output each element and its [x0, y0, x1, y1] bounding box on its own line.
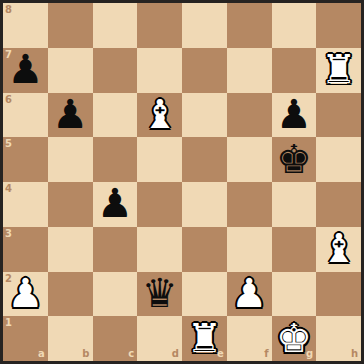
square-g2[interactable] — [272, 272, 317, 317]
square-d7[interactable] — [137, 48, 182, 93]
square-f4[interactable] — [227, 182, 272, 227]
square-b3[interactable] — [48, 227, 93, 272]
square-g5[interactable]: ♚ — [272, 137, 317, 182]
square-d1[interactable]: d — [137, 316, 182, 361]
square-g3[interactable] — [272, 227, 317, 272]
rank-label-1: 1 — [5, 318, 12, 328]
file-label-a: a — [38, 349, 45, 359]
square-h8[interactable] — [316, 3, 361, 48]
piece-white-rook[interactable]: ♜ — [186, 318, 222, 358]
board-frame: 87♟♜6♟♝♟5♚4♟3♝2♟♛♟1abcde♜fg♚h — [0, 0, 364, 364]
square-f2[interactable]: ♟ — [227, 272, 272, 317]
square-c6[interactable] — [93, 93, 138, 138]
square-b8[interactable] — [48, 3, 93, 48]
square-c5[interactable] — [93, 137, 138, 182]
rank-label-8: 8 — [5, 5, 12, 15]
file-label-b: b — [82, 349, 89, 359]
square-a5[interactable]: 5 — [3, 137, 48, 182]
rank-label-6: 6 — [5, 95, 12, 105]
piece-black-queen[interactable]: ♛ — [142, 273, 178, 313]
square-h6[interactable] — [316, 93, 361, 138]
square-b6[interactable]: ♟ — [48, 93, 93, 138]
piece-white-bishop[interactable]: ♝ — [321, 228, 357, 268]
square-f8[interactable] — [227, 3, 272, 48]
square-d3[interactable] — [137, 227, 182, 272]
square-b2[interactable] — [48, 272, 93, 317]
piece-white-bishop[interactable]: ♝ — [142, 94, 178, 134]
square-a6[interactable]: 6 — [3, 93, 48, 138]
piece-black-pawn[interactable]: ♟ — [52, 94, 88, 134]
square-e6[interactable] — [182, 93, 227, 138]
piece-black-pawn[interactable]: ♟ — [97, 183, 133, 223]
square-e3[interactable] — [182, 227, 227, 272]
square-c8[interactable] — [93, 3, 138, 48]
square-h7[interactable]: ♜ — [316, 48, 361, 93]
square-g6[interactable]: ♟ — [272, 93, 317, 138]
square-b1[interactable]: b — [48, 316, 93, 361]
square-c7[interactable] — [93, 48, 138, 93]
square-a3[interactable]: 3 — [3, 227, 48, 272]
square-c3[interactable] — [93, 227, 138, 272]
piece-white-rook[interactable]: ♜ — [321, 49, 357, 89]
square-e8[interactable] — [182, 3, 227, 48]
square-g8[interactable] — [272, 3, 317, 48]
square-f7[interactable] — [227, 48, 272, 93]
square-e2[interactable] — [182, 272, 227, 317]
rank-label-5: 5 — [5, 139, 12, 149]
piece-black-pawn[interactable]: ♟ — [276, 94, 312, 134]
square-e4[interactable] — [182, 182, 227, 227]
file-label-h: h — [351, 349, 358, 359]
file-label-d: d — [172, 349, 179, 359]
square-h4[interactable] — [316, 182, 361, 227]
rank-label-4: 4 — [5, 184, 12, 194]
square-g7[interactable] — [272, 48, 317, 93]
square-e7[interactable] — [182, 48, 227, 93]
square-h5[interactable] — [316, 137, 361, 182]
square-a8[interactable]: 8 — [3, 3, 48, 48]
piece-white-pawn[interactable]: ♟ — [7, 273, 43, 313]
square-b7[interactable] — [48, 48, 93, 93]
square-g4[interactable] — [272, 182, 317, 227]
square-f5[interactable] — [227, 137, 272, 182]
square-b5[interactable] — [48, 137, 93, 182]
file-label-f: f — [264, 349, 268, 359]
piece-black-pawn[interactable]: ♟ — [7, 49, 43, 89]
piece-black-king[interactable]: ♚ — [276, 139, 312, 179]
square-d5[interactable] — [137, 137, 182, 182]
piece-white-king[interactable]: ♚ — [276, 318, 312, 358]
square-a7[interactable]: 7♟ — [3, 48, 48, 93]
square-a1[interactable]: 1a — [3, 316, 48, 361]
square-h2[interactable] — [316, 272, 361, 317]
square-d2[interactable]: ♛ — [137, 272, 182, 317]
square-e1[interactable]: e♜ — [182, 316, 227, 361]
square-h3[interactable]: ♝ — [316, 227, 361, 272]
square-d4[interactable] — [137, 182, 182, 227]
square-f3[interactable] — [227, 227, 272, 272]
rank-label-3: 3 — [5, 229, 12, 239]
square-h1[interactable]: h — [316, 316, 361, 361]
square-f1[interactable]: f — [227, 316, 272, 361]
square-b4[interactable] — [48, 182, 93, 227]
chess-board: 87♟♜6♟♝♟5♚4♟3♝2♟♛♟1abcde♜fg♚h — [3, 3, 361, 361]
piece-white-pawn[interactable]: ♟ — [231, 273, 267, 313]
square-g1[interactable]: g♚ — [272, 316, 317, 361]
square-f6[interactable] — [227, 93, 272, 138]
square-a2[interactable]: 2♟ — [3, 272, 48, 317]
square-e5[interactable] — [182, 137, 227, 182]
square-d6[interactable]: ♝ — [137, 93, 182, 138]
square-d8[interactable] — [137, 3, 182, 48]
square-c1[interactable]: c — [93, 316, 138, 361]
square-c4[interactable]: ♟ — [93, 182, 138, 227]
file-label-c: c — [128, 349, 134, 359]
square-a4[interactable]: 4 — [3, 182, 48, 227]
square-c2[interactable] — [93, 272, 138, 317]
